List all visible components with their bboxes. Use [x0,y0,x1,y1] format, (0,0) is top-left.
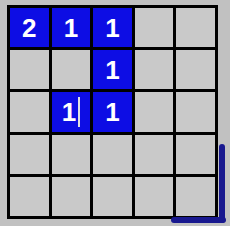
grid-cell-r0c2[interactable]: 1 [93,8,132,47]
grid-cell-r0c0[interactable]: 2 [10,8,49,47]
grid-cell-r3c2[interactable] [93,135,132,174]
grid-cell-r3c4[interactable] [176,135,215,174]
text-caret [78,97,80,127]
cell-digit: 2 [22,15,36,41]
resize-corner-handle-horizontal[interactable] [171,217,226,223]
puzzle-screen: 211111 [0,0,230,226]
grid-cell-r1c4[interactable] [176,50,215,89]
resize-corner-handle-vertical[interactable] [219,144,225,223]
cell-digit: 1 [62,99,76,125]
grid-cell-r0c4[interactable] [176,8,215,47]
grid-cell-r1c2[interactable]: 1 [93,50,132,89]
grid-cell-r4c4[interactable] [176,177,215,216]
grid-cell-r2c1[interactable]: 1 [52,92,91,131]
grid-cell-r0c3[interactable] [135,8,174,47]
grid-cell-r4c2[interactable] [93,177,132,216]
grid-cell-r1c0[interactable] [10,50,49,89]
grid-cell-r3c1[interactable] [52,135,91,174]
grid-cell-r2c3[interactable] [135,92,174,131]
puzzle-grid: 211111 [7,5,218,219]
grid-cell-r1c3[interactable] [135,50,174,89]
grid-cell-r2c2[interactable]: 1 [93,92,132,131]
grid-cell-r3c0[interactable] [10,135,49,174]
grid-cell-r3c3[interactable] [135,135,174,174]
grid-cell-r4c1[interactable] [52,177,91,216]
grid-cell-r2c4[interactable] [176,92,215,131]
cell-digit: 1 [105,15,119,41]
grid-cell-r1c1[interactable] [52,50,91,89]
grid-cell-r2c0[interactable] [10,92,49,131]
grid-cell-r4c0[interactable] [10,177,49,216]
grid-cell-r0c1[interactable]: 1 [52,8,91,47]
grid-cell-r4c3[interactable] [135,177,174,216]
cell-digit: 1 [64,15,78,41]
cell-digit: 1 [105,99,119,125]
cell-digit: 1 [105,57,119,83]
